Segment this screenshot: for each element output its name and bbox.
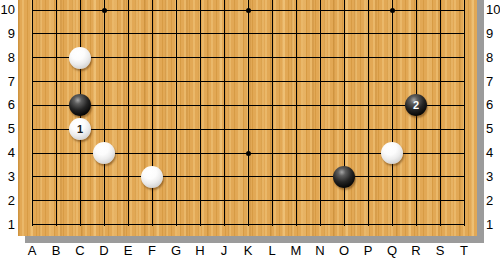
go-board[interactable]: 12 [18, 0, 477, 236]
row-label-left-7: 7 [0, 74, 15, 90]
col-label-k: K [236, 243, 260, 259]
go-board-view: 12 1010998877665544332211ABCDEFGHJKLMNOP… [0, 0, 500, 260]
stone-black-o3 [333, 166, 355, 188]
grid-hline-6 [32, 105, 465, 106]
row-label-right-9: 9 [486, 26, 500, 42]
star-point-q10 [390, 8, 395, 13]
star-point-k4 [246, 151, 251, 156]
stone-white-f3 [141, 166, 163, 188]
col-label-a: A [20, 243, 44, 259]
star-point-k10 [246, 8, 251, 13]
row-label-left-8: 8 [0, 50, 15, 66]
row-label-right-1: 1 [486, 217, 500, 233]
col-label-c: C [68, 243, 92, 259]
col-label-n: N [308, 243, 332, 259]
grid-hline-9 [32, 33, 465, 34]
row-label-left-10: 10 [0, 2, 15, 18]
row-label-right-4: 4 [486, 145, 500, 161]
row-label-left-6: 6 [0, 97, 15, 113]
col-label-q: Q [380, 243, 404, 259]
row-label-right-6: 6 [486, 97, 500, 113]
grid-hline-5 [32, 129, 465, 130]
row-label-right-5: 5 [486, 121, 500, 137]
col-label-l: L [260, 243, 284, 259]
row-label-left-9: 9 [0, 26, 15, 42]
row-label-left-3: 3 [0, 169, 15, 185]
col-label-g: G [164, 243, 188, 259]
grid-hline-1 [32, 224, 465, 225]
row-label-right-10: 10 [486, 2, 500, 18]
move-number-2: 2 [413, 100, 419, 111]
col-label-e: E [116, 243, 140, 259]
col-label-o: O [332, 243, 356, 259]
col-label-b: B [44, 243, 68, 259]
stone-white-c8 [69, 47, 91, 69]
row-label-right-7: 7 [486, 74, 500, 90]
col-label-d: D [92, 243, 116, 259]
row-label-left-4: 4 [0, 145, 15, 161]
stone-white-q4 [381, 142, 403, 164]
row-label-right-3: 3 [486, 169, 500, 185]
grid-hline-7 [32, 81, 465, 82]
col-label-r: R [404, 243, 428, 259]
grid-hline-8 [32, 57, 465, 58]
star-point-d10 [102, 8, 107, 13]
stone-black-r6: 2 [405, 94, 427, 116]
move-number-1: 1 [77, 124, 83, 135]
col-label-j: J [212, 243, 236, 259]
col-label-s: S [428, 243, 452, 259]
col-label-t: T [452, 243, 476, 259]
stone-white-d4 [93, 142, 115, 164]
grid-hline-2 [32, 200, 465, 201]
row-label-right-8: 8 [486, 50, 500, 66]
row-label-left-2: 2 [0, 193, 15, 209]
col-label-f: F [140, 243, 164, 259]
col-label-m: M [284, 243, 308, 259]
row-label-left-1: 1 [0, 217, 15, 233]
col-label-h: H [188, 243, 212, 259]
row-label-right-2: 2 [486, 193, 500, 209]
stone-white-c5: 1 [69, 118, 91, 140]
grid-hline-3 [32, 176, 465, 177]
col-label-p: P [356, 243, 380, 259]
row-label-left-5: 5 [0, 121, 15, 137]
stone-black-c6 [69, 94, 91, 116]
